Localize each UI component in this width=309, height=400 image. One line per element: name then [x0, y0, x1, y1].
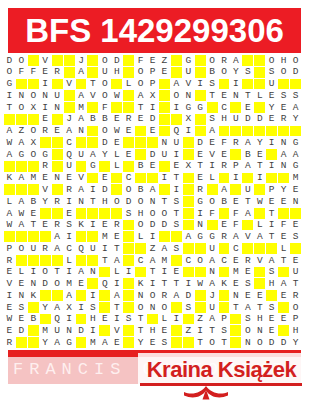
open-book-icon	[184, 386, 228, 400]
grid-cell-letter: E	[219, 220, 230, 231]
grid-cell-letter: O	[111, 196, 122, 207]
grid-cell-letter: S	[290, 90, 301, 101]
grid-cell-letter: K	[219, 278, 230, 289]
grid-cell-letter: I	[159, 267, 170, 278]
grid-cell-letter: I	[159, 173, 170, 184]
grid-cell-letter: T	[4, 102, 15, 113]
grid-cell-letter: Q	[64, 149, 75, 160]
grid-cell-empty	[28, 325, 39, 336]
grid-cell-letter: V	[207, 149, 218, 160]
grid-cell-empty	[219, 208, 230, 219]
grid-cell-empty	[159, 102, 170, 113]
grid-cell-empty	[230, 102, 241, 113]
grid-cell-letter: A	[242, 161, 253, 172]
grid-cell-letter: U	[28, 243, 39, 254]
grid-cell-letter: A	[52, 231, 63, 242]
grid-cell-letter: C	[135, 255, 146, 266]
grid-cell-letter: O	[4, 67, 15, 78]
grid-cell-letter: L	[135, 231, 146, 242]
grid-cell-letter: R	[52, 67, 63, 78]
grid-cell-empty	[28, 337, 39, 348]
grid-cell-letter: T	[278, 255, 289, 266]
grid-cell-empty	[76, 337, 87, 348]
grid-cell-letter: D	[195, 137, 206, 148]
grid-cell-empty	[219, 243, 230, 254]
grid-cell-letter: D	[147, 149, 158, 160]
grid-cell-empty	[171, 114, 182, 125]
grid-cell-letter: N	[159, 137, 170, 148]
grid-cell-letter: O	[16, 102, 27, 113]
grid-cell-empty	[87, 67, 98, 78]
grid-cell-letter: D	[4, 55, 15, 66]
grid-cell-letter: O	[135, 302, 146, 313]
grid-cell-empty	[266, 243, 277, 254]
grid-cell-letter: R	[52, 196, 63, 207]
grid-cell-letter: S	[123, 208, 134, 219]
grid-cell-letter: H	[219, 114, 230, 125]
grid-cell-letter: H	[290, 325, 301, 336]
grid-cell-empty	[99, 161, 110, 172]
grid-cell-letter: O	[195, 255, 206, 266]
grid-cell-letter: S	[290, 231, 301, 242]
grid-cell-empty	[135, 137, 146, 148]
grid-cell-empty	[52, 208, 63, 219]
grid-cell-empty	[123, 337, 134, 348]
grid-cell-letter: G	[4, 79, 15, 90]
grid-cell-empty	[230, 126, 241, 137]
grid-cell-empty	[171, 255, 182, 266]
grid-cell-letter: E	[123, 126, 134, 137]
grid-cell-empty	[99, 267, 110, 278]
grid-cell-empty	[28, 231, 39, 242]
grid-cell-empty	[76, 208, 87, 219]
grid-cell-letter: A	[4, 149, 15, 160]
grid-cell-letter: F	[230, 208, 241, 219]
grid-cell-letter: A	[278, 278, 289, 289]
grid-cell-letter: E	[278, 102, 289, 113]
grid-cell-letter: L	[111, 149, 122, 160]
grid-cell-empty	[254, 278, 265, 289]
grid-cell-letter: A	[64, 126, 75, 137]
grid-cell-empty	[52, 161, 63, 172]
grid-cell-letter: M	[40, 325, 51, 336]
grid-cell-letter: I	[28, 267, 39, 278]
grid-cell-letter: M	[28, 173, 39, 184]
grid-cell-letter: A	[207, 126, 218, 137]
grid-cell-letter: U	[99, 67, 110, 78]
grid-cell-empty	[111, 184, 122, 195]
grid-cell-empty	[230, 314, 241, 325]
grid-cell-letter: W	[195, 278, 206, 289]
grid-cell-letter: N	[254, 325, 265, 336]
grid-cell-letter: E	[207, 137, 218, 148]
grid-cell-letter: I	[230, 173, 241, 184]
grid-cell-letter: E	[195, 173, 206, 184]
grid-cell-letter: P	[147, 79, 158, 90]
grid-cell-letter: Y	[266, 102, 277, 113]
grid-cell-letter: N	[278, 137, 289, 148]
grid-cell-empty	[4, 231, 15, 242]
grid-cell-empty	[87, 208, 98, 219]
grid-cell-letter: N	[87, 267, 98, 278]
grid-cell-letter: E	[266, 90, 277, 101]
grid-cell-letter: A	[76, 267, 87, 278]
grid-cell-letter: T	[28, 220, 39, 231]
grid-cell-empty	[254, 102, 265, 113]
grid-cell-letter: A	[171, 290, 182, 301]
grid-cell-letter: D	[123, 196, 134, 207]
grid-cell-empty	[135, 149, 146, 160]
grid-cell-letter: S	[242, 314, 253, 325]
grid-cell-empty	[195, 290, 206, 301]
grid-cell-letter: I	[64, 267, 75, 278]
grid-cell-letter: G	[40, 149, 51, 160]
grid-cell-letter: N	[28, 278, 39, 289]
grid-cell-letter: O	[171, 90, 182, 101]
grid-cell-letter: S	[266, 302, 277, 313]
grid-cell-empty	[28, 114, 39, 125]
grid-cell-letter: R	[219, 231, 230, 242]
grid-cell-letter: O	[254, 337, 265, 348]
grid-cell-empty	[16, 79, 27, 90]
grid-cell-letter: T	[290, 278, 301, 289]
grid-cell-letter: O	[278, 67, 289, 78]
grid-cell-letter: O	[135, 79, 146, 90]
grid-cell-letter: I	[195, 79, 206, 90]
grid-cell-empty	[111, 208, 122, 219]
grid-cell-letter: T	[135, 102, 146, 113]
grid-cell-letter: E	[278, 231, 289, 242]
grid-cell-letter: Z	[195, 314, 206, 325]
grid-cell-letter: R	[159, 290, 170, 301]
grid-cell-empty	[16, 337, 27, 348]
title-banner: BFS 1429299306	[8, 8, 301, 53]
grid-cell-letter: D	[147, 220, 158, 231]
grid-cell-letter: O	[135, 196, 146, 207]
grid-cell-empty	[254, 243, 265, 254]
grid-cell-letter: S	[171, 220, 182, 231]
grid-cell-letter: E	[266, 196, 277, 207]
grid-cell-letter: I	[76, 302, 87, 313]
grid-cell-letter: I	[99, 243, 110, 254]
grid-cell-empty	[195, 267, 206, 278]
grid-cell-empty	[278, 79, 289, 90]
grid-cell-letter: P	[266, 184, 277, 195]
grid-cell-letter: S	[266, 67, 277, 78]
grid-cell-letter: R	[219, 161, 230, 172]
grid-cell-letter: Y	[40, 302, 51, 313]
grid-cell-letter: U	[64, 161, 75, 172]
grid-cell-letter: R	[278, 114, 289, 125]
grid-cell-letter: U	[207, 302, 218, 313]
grid-cell-letter: T	[135, 314, 146, 325]
grid-cell-empty	[40, 231, 51, 242]
grid-cell-letter: I	[254, 173, 265, 184]
grid-cell-empty	[123, 90, 134, 101]
grid-cell-empty	[278, 173, 289, 184]
grid-cell-letter: D	[278, 337, 289, 348]
grid-cell-empty	[52, 149, 63, 160]
grid-cell-letter: N	[64, 325, 75, 336]
grid-cell-letter: I	[87, 184, 98, 195]
grid-cell-empty	[135, 267, 146, 278]
grid-cell-letter: A	[76, 90, 87, 101]
grid-cell-empty	[87, 173, 98, 184]
grid-cell-letter: E	[242, 102, 253, 113]
grid-cell-letter: U	[159, 149, 170, 160]
grid-cell-letter: A	[266, 255, 277, 266]
grid-cell-letter: M	[290, 173, 301, 184]
grid-cell-empty	[40, 255, 51, 266]
grid-cell-letter: W	[254, 196, 265, 207]
grid-cell-letter: I	[147, 278, 158, 289]
grid-cell-empty	[87, 102, 98, 113]
grid-cell-letter: N	[147, 302, 158, 313]
grid-cell-letter: R	[123, 114, 134, 125]
grid-cell-letter: S	[219, 325, 230, 336]
grid-cell-letter: I	[171, 184, 182, 195]
grid-cell-letter: E	[266, 114, 277, 125]
grid-cell-empty	[230, 337, 241, 348]
grid-cell-letter: T	[99, 255, 110, 266]
grid-cell-letter: N	[195, 220, 206, 231]
grid-cell-letter: I	[171, 149, 182, 160]
grid-cell-letter: E	[111, 137, 122, 148]
grid-cell-letter: E	[135, 114, 146, 125]
grid-cell-letter: V	[4, 278, 15, 289]
grid-cell-letter: R	[52, 220, 63, 231]
grid-cell-empty	[135, 243, 146, 254]
grid-cell-letter: V	[87, 90, 98, 101]
grid-cell-empty	[254, 126, 265, 137]
grid-cell-empty	[111, 173, 122, 184]
grid-cell-letter: F	[16, 67, 27, 78]
grid-cell-empty	[195, 243, 206, 254]
grid-cell-letter: Y	[135, 337, 146, 348]
grid-cell-empty	[230, 325, 241, 336]
grid-cell-letter: E	[16, 278, 27, 289]
grid-cell-empty	[123, 255, 134, 266]
grid-cell-letter: A	[64, 290, 75, 301]
grid-cell-letter: L	[254, 220, 265, 231]
grid-cell-letter: Q	[99, 278, 110, 289]
grid-cell-empty	[123, 278, 134, 289]
grid-cell-letter: O	[147, 208, 158, 219]
grid-cell-letter: U	[266, 79, 277, 90]
grid-cell-letter: V	[242, 231, 253, 242]
grid-cell-letter: T	[135, 325, 146, 336]
grid-cell-letter: V	[111, 325, 122, 336]
grid-cell-letter: Y	[254, 137, 265, 148]
grid-cell-letter: B	[99, 114, 110, 125]
grid-cell-empty	[183, 243, 194, 254]
grid-cell-letter: O	[159, 302, 170, 313]
grid-cell-letter: A	[87, 149, 98, 160]
grid-cell-letter: I	[183, 126, 194, 137]
page-title: BFS 1429299306	[25, 12, 284, 50]
grid-cell-letter: G	[64, 337, 75, 348]
grid-cell-letter: Y	[290, 114, 301, 125]
grid-cell-letter: E	[123, 149, 134, 160]
grid-cell-letter: S	[278, 90, 289, 101]
grid-cell-empty	[278, 302, 289, 313]
grid-cell-letter: A	[4, 126, 15, 137]
grid-cell-empty	[159, 161, 170, 172]
grid-cell-letter: I	[111, 314, 122, 325]
grid-cell-letter: I	[64, 196, 75, 207]
grid-cell-letter: Y	[99, 149, 110, 160]
grid-cell-letter: Q	[52, 314, 63, 325]
grid-cell-empty	[52, 290, 63, 301]
grid-cell-letter: I	[40, 102, 51, 113]
grid-cell-empty	[64, 90, 75, 101]
grid-cell-letter: C	[183, 255, 194, 266]
grid-cell-empty	[171, 325, 182, 336]
grid-cell-letter: X	[28, 102, 39, 113]
grid-cell-letter: E	[230, 278, 241, 289]
grid-cell-letter: R	[242, 255, 253, 266]
grid-cell-empty	[76, 137, 87, 148]
grid-cell-letter: O	[135, 220, 146, 231]
grid-cell-letter: B	[219, 196, 230, 207]
grid-cell-letter: R	[40, 243, 51, 254]
grid-cell-empty	[254, 267, 265, 278]
grid-cell-letter: T	[87, 79, 98, 90]
grid-cell-letter: A	[242, 137, 253, 148]
grid-cell-empty	[99, 290, 110, 301]
grid-cell-letter: U	[230, 114, 241, 125]
grid-cell-letter: U	[183, 67, 194, 78]
grid-cell-letter: T	[254, 302, 265, 313]
grid-cell-letter: I	[207, 161, 218, 172]
grid-cell-letter: Z	[183, 325, 194, 336]
grid-cell-empty	[266, 149, 277, 160]
grid-cell-letter: I	[183, 278, 194, 289]
grid-cell-empty	[87, 55, 98, 66]
grid-cell-letter: E	[254, 149, 265, 160]
grid-cell-empty	[290, 79, 301, 90]
grid-cell-letter: P	[219, 314, 230, 325]
grid-cell-letter: Q	[76, 243, 87, 254]
grid-cell-empty	[28, 184, 39, 195]
grid-cell-empty	[183, 137, 194, 148]
grid-cell-letter: W	[111, 90, 122, 101]
grid-cell-letter: D	[242, 114, 253, 125]
puzzle-grid: DOVJODFEZGORAOHOOFFERAUHOPEUBOYSSODGIVTO…	[4, 55, 301, 348]
grid-cell-letter: I	[123, 267, 134, 278]
grid-cell-letter: E	[28, 208, 39, 219]
grid-cell-letter: M	[230, 267, 241, 278]
grid-cell-letter: F	[135, 55, 146, 66]
grid-cell-empty	[135, 126, 146, 137]
grid-cell-letter: B	[28, 196, 39, 207]
grid-cell-empty	[64, 102, 75, 113]
grid-cell-letter: E	[147, 161, 158, 172]
grid-cell-empty	[183, 173, 194, 184]
grid-cell-letter: E	[278, 290, 289, 301]
grid-cell-empty	[207, 184, 218, 195]
grid-cell-empty	[123, 243, 134, 254]
grid-cell-empty	[147, 137, 158, 148]
grid-cell-letter: T	[219, 337, 230, 348]
grid-cell-empty	[230, 149, 241, 160]
grid-cell-empty	[242, 126, 253, 137]
grid-cell-letter: L	[278, 243, 289, 254]
grid-cell-letter: R	[4, 337, 15, 348]
grid-cell-empty	[219, 290, 230, 301]
grid-cell-letter: G	[195, 231, 206, 242]
grid-cell-letter: H	[87, 314, 98, 325]
grid-cell-letter: E	[278, 314, 289, 325]
grid-cell-letter: S	[159, 337, 170, 348]
grid-cell-empty	[28, 302, 39, 313]
grid-cell-letter: Z	[147, 243, 158, 254]
grid-cell-letter: Y	[290, 337, 301, 348]
grid-cell-letter: S	[242, 67, 253, 78]
grid-cell-letter: E	[111, 114, 122, 125]
grid-cell-empty	[254, 79, 265, 90]
grid-cell-empty	[87, 231, 98, 242]
grid-cell-empty	[76, 290, 87, 301]
grid-cell-empty	[123, 290, 134, 301]
grid-cell-empty	[28, 79, 39, 90]
grid-cell-letter: X	[28, 137, 39, 148]
grid-cell-letter: T	[266, 231, 277, 242]
grid-cell-empty	[195, 302, 206, 313]
grid-cell-empty	[278, 208, 289, 219]
grid-cell-empty	[64, 67, 75, 78]
grid-cell-letter: F	[278, 220, 289, 231]
grid-cell-letter: O	[28, 90, 39, 101]
grid-cell-letter: E	[278, 196, 289, 207]
grid-cell-letter: A	[4, 208, 15, 219]
grid-cell-letter: E	[147, 337, 158, 348]
grid-cell-letter: A	[76, 67, 87, 78]
grid-cell-empty	[40, 208, 51, 219]
grid-cell-letter: A	[111, 255, 122, 266]
grid-cell-empty	[99, 208, 110, 219]
grid-cell-empty	[147, 314, 158, 325]
grid-cell-letter: B	[242, 149, 253, 160]
grid-cell-letter: E	[242, 290, 253, 301]
grid-cell-letter: I	[111, 278, 122, 289]
grid-cell-letter: C	[230, 243, 241, 254]
grid-cell-letter: I	[171, 314, 182, 325]
grid-cell-letter: U	[171, 137, 182, 148]
grid-cell-empty	[159, 114, 170, 125]
grid-cell-letter: N	[16, 290, 27, 301]
grid-cell-letter: D	[76, 325, 87, 336]
grid-cell-letter: W	[4, 314, 15, 325]
grid-cell-empty	[16, 184, 27, 195]
grid-cell-empty	[183, 208, 194, 219]
grid-cell-letter: S	[87, 302, 98, 313]
grid-cell-letter: B	[207, 67, 218, 78]
grid-cell-letter: N	[147, 196, 158, 207]
grid-cell-letter: O	[52, 278, 63, 289]
grid-cell-letter: W	[111, 126, 122, 137]
grid-cell-letter: C	[219, 255, 230, 266]
grid-cell-empty	[4, 184, 15, 195]
grid-cell-empty	[207, 102, 218, 113]
grid-cell-letter: Y	[230, 67, 241, 78]
grid-cell-empty	[159, 79, 170, 90]
grid-cell-letter: L	[111, 267, 122, 278]
grid-cell-letter: N	[290, 196, 301, 207]
grid-cell-empty	[290, 243, 301, 254]
grid-cell-letter: O	[290, 302, 301, 313]
grid-cell-letter: E	[40, 114, 51, 125]
